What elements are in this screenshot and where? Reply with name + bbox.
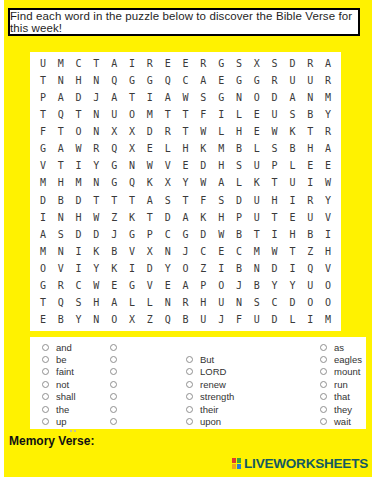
radio-bullet-icon[interactable]	[110, 381, 117, 388]
grid-cell[interactable]: E	[212, 243, 230, 260]
grid-cell[interactable]: I	[212, 106, 230, 123]
grid-cell[interactable]: Q	[52, 106, 70, 123]
grid-cell[interactable]: U	[284, 174, 302, 191]
grid-cell[interactable]: M	[70, 174, 88, 191]
word-option-run[interactable]: run	[320, 378, 362, 390]
grid-cell[interactable]: M	[212, 140, 230, 157]
grid-cell[interactable]: U	[212, 294, 230, 311]
grid-cell[interactable]: H	[266, 192, 284, 209]
grid-cell[interactable]: V	[141, 277, 159, 294]
grid-cell[interactable]: Z	[105, 209, 123, 226]
grid-cell[interactable]: S	[212, 192, 230, 209]
grid-cell[interactable]: U	[248, 311, 266, 328]
grid-cell[interactable]: D	[194, 226, 212, 243]
word-option-not[interactable]: not	[42, 378, 76, 390]
grid-cell[interactable]: S	[194, 89, 212, 106]
grid-cell[interactable]: O	[177, 260, 195, 277]
grid-cell[interactable]: A	[284, 89, 302, 106]
grid-cell[interactable]: T	[248, 226, 266, 243]
word-option-their[interactable]: their	[186, 403, 234, 415]
grid-cell[interactable]: E	[319, 157, 337, 174]
grid-cell[interactable]: L	[230, 106, 248, 123]
grid-cell[interactable]: O	[248, 89, 266, 106]
grid-cell[interactable]: H	[212, 157, 230, 174]
grid-cell[interactable]: L	[284, 157, 302, 174]
grid-cell[interactable]: H	[70, 72, 88, 89]
radio-bullet-icon[interactable]	[186, 393, 193, 400]
grid-cell[interactable]: D	[266, 260, 284, 277]
grid-cell[interactable]: D	[266, 89, 284, 106]
grid-cell[interactable]: O	[212, 277, 230, 294]
grid-cell[interactable]: Y	[177, 174, 195, 191]
grid-cell[interactable]: W	[70, 140, 88, 157]
grid-cell[interactable]: U	[284, 72, 302, 89]
grid-cell[interactable]: F	[194, 192, 212, 209]
grid-cell[interactable]: D	[159, 209, 177, 226]
grid-cell[interactable]: G	[141, 72, 159, 89]
grid-cell[interactable]: C	[159, 226, 177, 243]
grid-cell[interactable]: T	[52, 157, 70, 174]
grid-cell[interactable]: E	[177, 55, 195, 72]
grid-cell[interactable]: Q	[159, 72, 177, 89]
word-option-upon[interactable]: upon	[186, 415, 234, 427]
grid-cell[interactable]: P	[230, 209, 248, 226]
grid-cell[interactable]: W	[87, 277, 105, 294]
grid-cell[interactable]: Q	[52, 294, 70, 311]
grid-cell[interactable]: Z	[141, 311, 159, 328]
radio-bullet-icon[interactable]	[110, 368, 117, 375]
grid-cell[interactable]: Y	[319, 106, 337, 123]
grid-cell[interactable]: D	[284, 55, 302, 72]
grid-cell[interactable]: B	[230, 140, 248, 157]
grid-cell[interactable]: T	[177, 106, 195, 123]
grid-cell[interactable]: P	[34, 89, 52, 106]
grid-cell[interactable]: G	[123, 277, 141, 294]
grid-cell[interactable]: S	[248, 294, 266, 311]
grid-cell[interactable]: Q	[301, 260, 319, 277]
grid-cell[interactable]: W	[194, 174, 212, 191]
grid-cell[interactable]: X	[141, 243, 159, 260]
radio-bullet-icon[interactable]	[320, 393, 327, 400]
word-option-renew[interactable]: renew	[186, 378, 234, 390]
grid-cell[interactable]: L	[159, 140, 177, 157]
grid-cell[interactable]: N	[301, 89, 319, 106]
grid-cell[interactable]: R	[319, 72, 337, 89]
grid-cell[interactable]: E	[141, 140, 159, 157]
grid-cell[interactable]: T	[159, 106, 177, 123]
grid-cell[interactable]: I	[301, 311, 319, 328]
grid-cell[interactable]: U	[248, 157, 266, 174]
grid-cell[interactable]: I	[70, 243, 88, 260]
grid-cell[interactable]: J	[105, 226, 123, 243]
grid-cell[interactable]: O	[105, 311, 123, 328]
radio-bullet-icon[interactable]	[320, 344, 327, 351]
grid-cell[interactable]: E	[284, 209, 302, 226]
grid-cell[interactable]: O	[123, 106, 141, 123]
grid-cell[interactable]: H	[194, 294, 212, 311]
grid-cell[interactable]: A	[52, 140, 70, 157]
grid-cell[interactable]: U	[301, 277, 319, 294]
grid-cell[interactable]: Q	[105, 140, 123, 157]
grid-cell[interactable]: V	[123, 243, 141, 260]
grid-cell[interactable]: H	[70, 209, 88, 226]
word-option-mount[interactable]: mount	[320, 366, 362, 378]
radio-bullet-icon[interactable]	[186, 418, 193, 425]
grid-cell[interactable]: D	[266, 311, 284, 328]
grid-cell[interactable]: G	[212, 89, 230, 106]
grid-cell[interactable]: L	[212, 123, 230, 140]
grid-cell[interactable]: T	[301, 123, 319, 140]
grid-cell[interactable]: N	[230, 89, 248, 106]
grid-cell[interactable]: D	[230, 192, 248, 209]
grid-cell[interactable]: D	[34, 192, 52, 209]
grid-cell[interactable]: X	[123, 311, 141, 328]
grid-cell[interactable]: O	[319, 294, 337, 311]
word-option-wait[interactable]: wait	[320, 415, 362, 427]
radio-bullet-icon[interactable]	[186, 381, 193, 388]
grid-cell[interactable]: A	[212, 174, 230, 191]
grid-cell[interactable]: T	[87, 192, 105, 209]
grid-cell[interactable]: U	[194, 311, 212, 328]
grid-cell[interactable]: H	[319, 243, 337, 260]
grid-cell[interactable]: N	[230, 294, 248, 311]
grid-cell[interactable]: E	[248, 123, 266, 140]
grid-cell[interactable]: S	[266, 55, 284, 72]
grid-cell[interactable]: A	[105, 55, 123, 72]
grid-cell[interactable]: O	[70, 123, 88, 140]
grid-cell[interactable]: I	[284, 260, 302, 277]
grid-cell[interactable]: T	[141, 209, 159, 226]
grid-cell[interactable]: I	[123, 55, 141, 72]
radio-bullet-icon[interactable]	[110, 406, 117, 413]
radio-bullet-icon[interactable]	[110, 418, 117, 425]
word-option-blank[interactable]	[110, 378, 124, 390]
radio-bullet-icon[interactable]	[320, 406, 327, 413]
grid-cell[interactable]: B	[301, 106, 319, 123]
grid-cell[interactable]: L	[284, 311, 302, 328]
grid-cell[interactable]: H	[212, 209, 230, 226]
grid-cell[interactable]: Y	[87, 260, 105, 277]
grid-cell[interactable]: S	[52, 226, 70, 243]
grid-cell[interactable]: B	[248, 277, 266, 294]
grid-cell[interactable]: N	[87, 106, 105, 123]
grid-cell[interactable]: X	[123, 123, 141, 140]
word-option-blank[interactable]	[110, 391, 124, 403]
radio-bullet-icon[interactable]	[320, 381, 327, 388]
grid-cell[interactable]: B	[230, 260, 248, 277]
grid-cell[interactable]: M	[34, 174, 52, 191]
grid-cell[interactable]: M	[319, 89, 337, 106]
word-option-eagles[interactable]: eagles	[320, 353, 362, 365]
radio-bullet-icon[interactable]	[42, 418, 49, 425]
grid-cell[interactable]: E	[212, 72, 230, 89]
grid-cell[interactable]: G	[34, 140, 52, 157]
grid-cell[interactable]: S	[230, 157, 248, 174]
word-option-blank[interactable]	[110, 403, 124, 415]
grid-cell[interactable]: C	[230, 243, 248, 260]
grid-cell[interactable]: X	[159, 174, 177, 191]
grid-cell[interactable]: Q	[159, 311, 177, 328]
word-option-they[interactable]: they	[320, 403, 362, 415]
grid-cell[interactable]: T	[284, 243, 302, 260]
grid-cell[interactable]: I	[141, 89, 159, 106]
word-option-blank[interactable]	[110, 366, 124, 378]
word-option-faint[interactable]: faint	[42, 366, 76, 378]
grid-cell[interactable]: O	[319, 277, 337, 294]
grid-cell[interactable]: A	[319, 140, 337, 157]
grid-cell[interactable]: D	[141, 260, 159, 277]
grid-cell[interactable]: D	[70, 89, 88, 106]
grid-cell[interactable]: N	[159, 243, 177, 260]
grid-cell[interactable]: U	[266, 106, 284, 123]
radio-bullet-icon[interactable]	[42, 368, 49, 375]
grid-cell[interactable]: V	[319, 260, 337, 277]
grid-cell[interactable]: D	[70, 226, 88, 243]
grid-cell[interactable]: T	[266, 209, 284, 226]
grid-cell[interactable]: E	[34, 311, 52, 328]
radio-bullet-icon[interactable]	[186, 406, 193, 413]
grid-cell[interactable]: F	[34, 123, 52, 140]
grid-cell[interactable]: S	[266, 140, 284, 157]
grid-cell[interactable]: D	[70, 192, 88, 209]
grid-cell[interactable]: U	[34, 55, 52, 72]
grid-cell[interactable]: J	[87, 89, 105, 106]
grid-cell[interactable]: T	[70, 106, 88, 123]
grid-cell[interactable]: Q	[105, 72, 123, 89]
grid-cell[interactable]: W	[141, 157, 159, 174]
grid-cell[interactable]: E	[248, 106, 266, 123]
grid-cell[interactable]: A	[34, 226, 52, 243]
grid-cell[interactable]: M	[52, 55, 70, 72]
grid-cell[interactable]: N	[87, 311, 105, 328]
radio-bullet-icon[interactable]	[42, 356, 49, 363]
grid-cell[interactable]: W	[266, 243, 284, 260]
grid-cell[interactable]: G	[248, 72, 266, 89]
grid-cell[interactable]: B	[52, 192, 70, 209]
grid-cell[interactable]: V	[319, 209, 337, 226]
grid-cell[interactable]: N	[87, 123, 105, 140]
grid-cell[interactable]: R	[301, 192, 319, 209]
grid-cell[interactable]: C	[70, 277, 88, 294]
grid-cell[interactable]: I	[212, 260, 230, 277]
grid-cell[interactable]: X	[105, 123, 123, 140]
grid-cell[interactable]: X	[123, 140, 141, 157]
grid-cell[interactable]: K	[87, 243, 105, 260]
radio-bullet-icon[interactable]	[320, 418, 327, 425]
grid-cell[interactable]: U	[301, 72, 319, 89]
grid-cell[interactable]: R	[319, 123, 337, 140]
grid-cell[interactable]: T	[87, 55, 105, 72]
grid-cell[interactable]: B	[105, 243, 123, 260]
grid-cell[interactable]: I	[70, 157, 88, 174]
grid-cell[interactable]: A	[319, 55, 337, 72]
radio-bullet-icon[interactable]	[110, 356, 117, 363]
grid-cell[interactable]: R	[87, 140, 105, 157]
grid-cell[interactable]: Y	[266, 277, 284, 294]
grid-cell[interactable]: C	[194, 243, 212, 260]
grid-cell[interactable]: W	[87, 209, 105, 226]
grid-cell[interactable]: P	[194, 277, 212, 294]
grid-cell[interactable]: R	[301, 55, 319, 72]
grid-cell[interactable]: B	[230, 226, 248, 243]
grid-cell[interactable]: N	[52, 243, 70, 260]
grid-cell[interactable]: T	[52, 123, 70, 140]
grid-cell[interactable]: I	[123, 260, 141, 277]
grid-cell[interactable]: K	[105, 260, 123, 277]
grid-cell[interactable]: X	[248, 55, 266, 72]
grid-cell[interactable]: N	[159, 294, 177, 311]
word-option-blank[interactable]	[110, 341, 124, 353]
grid-cell[interactable]: R	[266, 72, 284, 89]
word-option-blank[interactable]	[110, 415, 124, 427]
radio-bullet-icon[interactable]	[42, 381, 49, 388]
grid-cell[interactable]: B	[177, 311, 195, 328]
grid-cell[interactable]: A	[141, 192, 159, 209]
grid-cell[interactable]: M	[248, 243, 266, 260]
grid-cell[interactable]: K	[194, 140, 212, 157]
grid-cell[interactable]: N	[52, 209, 70, 226]
word-option-that[interactable]: that	[320, 391, 362, 403]
grid-cell[interactable]: D	[284, 294, 302, 311]
grid-cell[interactable]: U	[248, 209, 266, 226]
grid-cell[interactable]: M	[319, 311, 337, 328]
grid-cell[interactable]: A	[177, 209, 195, 226]
grid-cell[interactable]: H	[284, 226, 302, 243]
radio-bullet-icon[interactable]	[320, 368, 327, 375]
grid-cell[interactable]: N	[87, 72, 105, 89]
grid-cell[interactable]: Y	[87, 157, 105, 174]
grid-cell[interactable]: V	[159, 157, 177, 174]
grid-cell[interactable]: Y	[319, 192, 337, 209]
grid-cell[interactable]: R	[141, 55, 159, 72]
grid-cell[interactable]: M	[141, 106, 159, 123]
radio-bullet-icon[interactable]	[110, 344, 117, 351]
grid-cell[interactable]: J	[230, 277, 248, 294]
grid-cell[interactable]: C	[70, 55, 88, 72]
grid-cell[interactable]: W	[319, 174, 337, 191]
grid-cell[interactable]: G	[123, 72, 141, 89]
grid-cell[interactable]: N	[123, 157, 141, 174]
grid-cell[interactable]: V	[52, 260, 70, 277]
word-option-lord[interactable]: LORD	[186, 366, 234, 378]
grid-cell[interactable]: T	[34, 72, 52, 89]
grid-cell[interactable]: A	[52, 89, 70, 106]
word-option-but[interactable]: But	[186, 353, 234, 365]
grid-cell[interactable]: G	[230, 72, 248, 89]
grid-cell[interactable]: U	[301, 209, 319, 226]
grid-cell[interactable]: Y	[159, 260, 177, 277]
grid-cell[interactable]: K	[194, 209, 212, 226]
word-option-shall[interactable]: shall	[42, 391, 76, 403]
grid-cell[interactable]: G	[177, 226, 195, 243]
grid-cell[interactable]: E	[177, 157, 195, 174]
grid-cell[interactable]: V	[34, 157, 52, 174]
grid-cell[interactable]: E	[105, 277, 123, 294]
grid-cell[interactable]: F	[230, 311, 248, 328]
grid-cell[interactable]: G	[105, 157, 123, 174]
grid-cell[interactable]: S	[230, 55, 248, 72]
grid-cell[interactable]: K	[123, 209, 141, 226]
grid-cell[interactable]: I	[70, 260, 88, 277]
grid-cell[interactable]: Y	[70, 311, 88, 328]
grid-cell[interactable]: Z	[194, 260, 212, 277]
grid-cell[interactable]: D	[194, 157, 212, 174]
grid-cell[interactable]: J	[177, 243, 195, 260]
grid-cell[interactable]: J	[212, 311, 230, 328]
word-option-strength[interactable]: strength	[186, 391, 234, 403]
grid-cell[interactable]: H	[52, 174, 70, 191]
grid-cell[interactable]: G	[123, 226, 141, 243]
grid-cell[interactable]: S	[284, 106, 302, 123]
grid-cell[interactable]: G	[212, 55, 230, 72]
grid-cell[interactable]: A	[105, 294, 123, 311]
grid-cell[interactable]: Q	[123, 174, 141, 191]
grid-cell[interactable]: U	[105, 106, 123, 123]
grid-cell[interactable]: R	[159, 123, 177, 140]
grid-cell[interactable]: Y	[284, 277, 302, 294]
grid-cell[interactable]: T	[34, 106, 52, 123]
radio-bullet-icon[interactable]	[110, 393, 117, 400]
grid-cell[interactable]: D	[87, 226, 105, 243]
grid-cell[interactable]: I	[266, 226, 284, 243]
word-option-the[interactable]: the	[42, 403, 76, 415]
grid-cell[interactable]: D	[141, 123, 159, 140]
word-option-up[interactable]: up	[42, 415, 76, 427]
grid-cell[interactable]: A	[105, 89, 123, 106]
grid-cell[interactable]: C	[266, 294, 284, 311]
grid-cell[interactable]: A	[159, 89, 177, 106]
grid-cell[interactable]: L	[123, 294, 141, 311]
grid-cell[interactable]: R	[194, 55, 212, 72]
grid-cell[interactable]: H	[301, 140, 319, 157]
grid-cell[interactable]: O	[34, 260, 52, 277]
grid-cell[interactable]: C	[177, 72, 195, 89]
grid-cell[interactable]: B	[301, 226, 319, 243]
grid-cell[interactable]: O	[301, 294, 319, 311]
grid-cell[interactable]: W	[266, 123, 284, 140]
grid-cell[interactable]: N	[87, 174, 105, 191]
grid-cell[interactable]: W	[212, 226, 230, 243]
grid-cell[interactable]: T	[177, 123, 195, 140]
grid-cell[interactable]: F	[194, 106, 212, 123]
grid-cell[interactable]: U	[248, 192, 266, 209]
grid-cell[interactable]: P	[141, 226, 159, 243]
grid-cell[interactable]: K	[141, 174, 159, 191]
grid-cell[interactable]: G	[105, 174, 123, 191]
grid-cell[interactable]: H	[177, 140, 195, 157]
word-option-be[interactable]: be	[42, 353, 76, 365]
grid-cell[interactable]: T	[34, 294, 52, 311]
grid-cell[interactable]: W	[177, 89, 195, 106]
grid-cell[interactable]: S	[159, 192, 177, 209]
grid-cell[interactable]: A	[177, 277, 195, 294]
radio-bullet-icon[interactable]	[42, 406, 49, 413]
word-option-blank[interactable]	[110, 353, 124, 365]
grid-cell[interactable]: G	[34, 277, 52, 294]
grid-cell[interactable]: T	[123, 89, 141, 106]
grid-cell[interactable]: H	[87, 294, 105, 311]
grid-cell[interactable]: H	[230, 123, 248, 140]
grid-cell[interactable]: L	[141, 294, 159, 311]
grid-cell[interactable]: S	[70, 294, 88, 311]
word-option-as[interactable]: as	[320, 341, 362, 353]
radio-bullet-icon[interactable]	[186, 368, 193, 375]
grid-cell[interactable]: E	[159, 277, 177, 294]
grid-cell[interactable]: I	[301, 174, 319, 191]
radio-bullet-icon[interactable]	[320, 356, 327, 363]
grid-cell[interactable]: N	[248, 260, 266, 277]
grid-cell[interactable]: I	[319, 226, 337, 243]
